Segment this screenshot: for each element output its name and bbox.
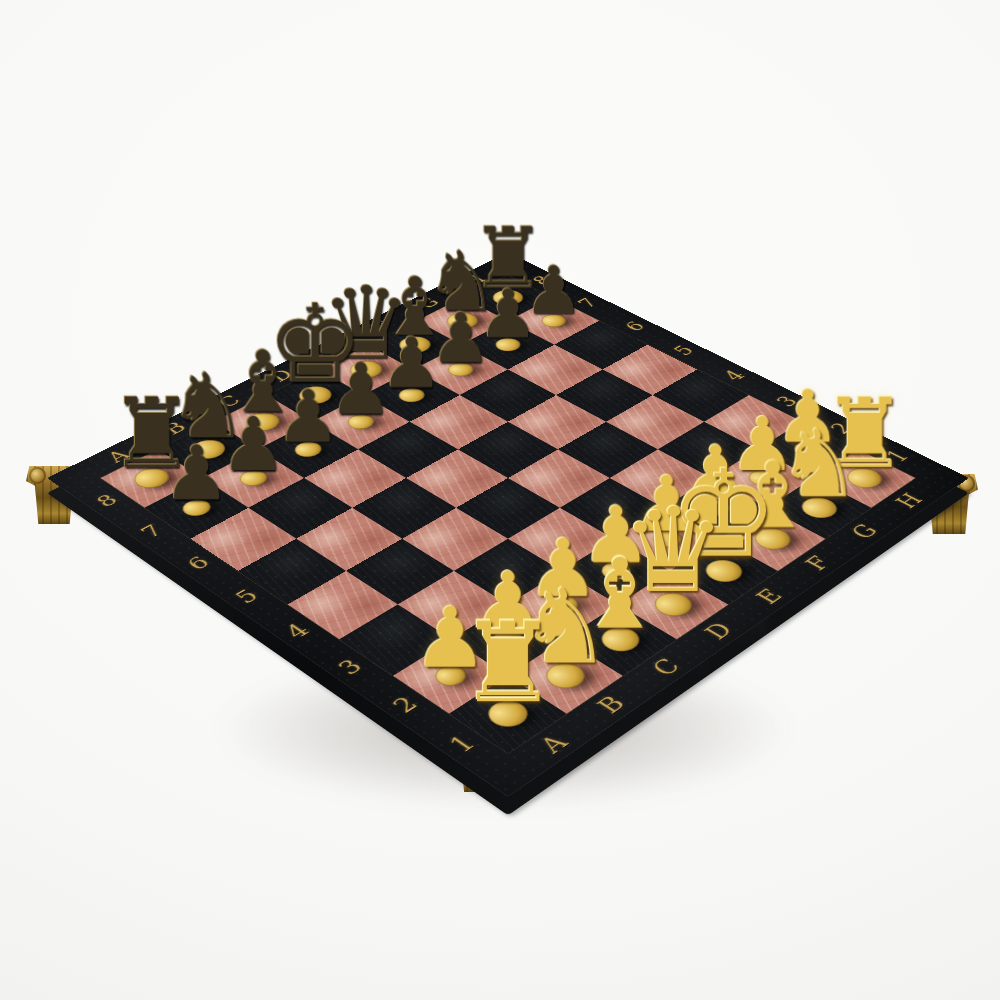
piece-reflection: ♜ (416, 714, 600, 816)
board-grid: ♜♜♞♞♝♝♚♚♛♛♝♝♞♞♜♜♟♟♟♟♟♟♟♟♟♟♟♟♟♟♟♟♟♟♟♟♟♟♟♟… (101, 275, 916, 753)
label-rank-left-1: 1 (445, 732, 480, 756)
label-rank-left-6: 6 (183, 554, 214, 573)
black-pawn-a7: ♟ (115, 438, 278, 507)
studio-backdrop: ♜♜♞♞♝♝♚♚♛♛♝♝♞♞♜♜♟♟♟♟♟♟♟♟♟♟♟♟♟♟♟♟♟♟♟♟♟♟♟♟… (0, 0, 1000, 1000)
square-d5 (406, 449, 508, 507)
label-rank-right-4: 4 (720, 368, 749, 383)
label-rank-left-5: 5 (231, 586, 263, 606)
square-a1: ♜♜ (449, 676, 566, 754)
label-rank-right-6: 6 (621, 319, 648, 333)
chess-set: ♜♜♞♞♝♝♚♚♛♛♝♝♞♞♜♜♟♟♟♟♟♟♟♟♟♟♟♟♟♟♟♟♟♟♟♟♟♟♟♟… (182, 152, 834, 804)
label-rank-right-5: 5 (670, 343, 698, 358)
label-file-near-A: A (535, 731, 572, 756)
white-rook-a1: ♜ (416, 612, 600, 714)
chess-board: ♜♜♞♞♝♝♚♚♛♛♝♝♞♞♜♜♟♟♟♟♟♟♟♟♟♟♟♟♟♟♟♟♟♟♟♟♟♟♟♟… (47, 252, 969, 797)
label-rank-left-7: 7 (137, 522, 167, 540)
label-rank-left-4: 4 (281, 621, 313, 642)
